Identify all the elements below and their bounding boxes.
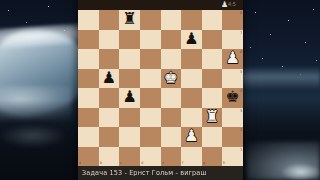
- square-d2[interactable]: [140, 127, 161, 147]
- square-b5[interactable]: ♟: [99, 69, 120, 89]
- square-f8[interactable]: [181, 10, 202, 30]
- square-c2[interactable]: [119, 127, 140, 147]
- square-h7[interactable]: 7: [222, 30, 243, 50]
- square-f7[interactable]: ♟: [181, 30, 202, 50]
- square-d5[interactable]: [140, 69, 161, 89]
- square-a8[interactable]: [78, 10, 99, 30]
- square-b3[interactable]: [99, 108, 120, 128]
- square-c3[interactable]: [119, 108, 140, 128]
- square-h8[interactable]: 8: [222, 10, 243, 30]
- caption-text: Задача 153 - Ернст Гольм - виграш: [82, 169, 207, 176]
- square-h5[interactable]: 5: [222, 69, 243, 89]
- square-a7[interactable]: [78, 30, 99, 50]
- square-g1[interactable]: g: [202, 147, 223, 167]
- square-a4[interactable]: [78, 88, 99, 108]
- square-g6[interactable]: [202, 49, 223, 69]
- rank-label-4: 4: [240, 89, 242, 93]
- square-b2[interactable]: [99, 127, 120, 147]
- square-c8[interactable]: ♜: [119, 10, 140, 30]
- square-a3[interactable]: [78, 108, 99, 128]
- board-header-bar: ♟ 4:5: [78, 0, 243, 10]
- square-c7[interactable]: [119, 30, 140, 50]
- square-a5[interactable]: [78, 69, 99, 89]
- file-label-a: a: [79, 161, 81, 165]
- white-rook[interactable]: ♜: [205, 109, 219, 125]
- rank-label-6: 6: [240, 50, 242, 54]
- square-c6[interactable]: [119, 49, 140, 69]
- horizon-band: [240, 66, 320, 90]
- file-label-g: g: [203, 161, 205, 165]
- square-c5[interactable]: [119, 69, 140, 89]
- rank-label-8: 8: [240, 11, 242, 15]
- square-b6[interactable]: [99, 49, 120, 69]
- square-h2[interactable]: 2: [222, 127, 243, 147]
- square-g3[interactable]: ♜: [202, 108, 223, 128]
- square-g2[interactable]: [202, 127, 223, 147]
- square-e2[interactable]: [161, 127, 182, 147]
- file-label-e: e: [162, 161, 164, 165]
- square-c4[interactable]: ♟: [119, 88, 140, 108]
- square-d7[interactable]: [140, 30, 161, 50]
- square-b8[interactable]: [99, 10, 120, 30]
- square-a1[interactable]: a: [78, 147, 99, 167]
- square-d3[interactable]: [140, 108, 161, 128]
- rank-label-3: 3: [240, 109, 242, 113]
- square-g4[interactable]: [202, 88, 223, 108]
- square-e3[interactable]: [161, 108, 182, 128]
- white-pawn[interactable]: ♟: [226, 50, 240, 66]
- sea-foam-streak: [0, 125, 65, 147]
- black-pawn[interactable]: ♟: [102, 70, 116, 86]
- square-f1[interactable]: f: [181, 147, 202, 167]
- bottom-right-foam-bright: [282, 164, 320, 180]
- square-b7[interactable]: [99, 30, 120, 50]
- square-e8[interactable]: [161, 10, 182, 30]
- square-f5[interactable]: [181, 69, 202, 89]
- square-e6[interactable]: [161, 49, 182, 69]
- square-e5[interactable]: ♚: [161, 69, 182, 89]
- white-pawn[interactable]: ♟: [184, 128, 198, 144]
- stars: [0, 0, 1, 1]
- rank-label-1: 1: [240, 148, 242, 152]
- square-d1[interactable]: d: [140, 147, 161, 167]
- screenshot-root: ♟ 4:5 ♜8♟76♟♟♚5♟4♚♜3♟2abcdefg1h Задача 1…: [0, 0, 320, 180]
- square-b4[interactable]: [99, 88, 120, 108]
- file-label-h: h: [223, 161, 225, 165]
- square-f2[interactable]: ♟: [181, 127, 202, 147]
- square-g8[interactable]: [202, 10, 223, 30]
- square-h4[interactable]: 4♚: [222, 88, 243, 108]
- black-pawn[interactable]: ♟: [184, 31, 198, 47]
- caption-bar: Задача 153 - Ернст Гольм - виграш: [78, 166, 243, 180]
- square-h6[interactable]: 6♟: [222, 49, 243, 69]
- square-e7[interactable]: [161, 30, 182, 50]
- black-pawn[interactable]: ♟: [122, 89, 136, 105]
- square-e1[interactable]: e: [161, 147, 182, 167]
- square-f3[interactable]: [181, 108, 202, 128]
- chessboard-widget: ♟ 4:5 ♜8♟76♟♟♚5♟4♚♜3♟2abcdefg1h Задача 1…: [78, 0, 243, 180]
- board: ♜8♟76♟♟♚5♟4♚♜3♟2abcdefg1h: [78, 10, 243, 166]
- square-d8[interactable]: [140, 10, 161, 30]
- square-h3[interactable]: 3: [222, 108, 243, 128]
- black-king[interactable]: ♚: [226, 89, 240, 105]
- file-label-c: c: [120, 161, 122, 165]
- square-g5[interactable]: [202, 69, 223, 89]
- square-g7[interactable]: [202, 30, 223, 50]
- square-h1[interactable]: 1h: [222, 147, 243, 167]
- square-a2[interactable]: [78, 127, 99, 147]
- square-c1[interactable]: c: [119, 147, 140, 167]
- square-e4[interactable]: [161, 88, 182, 108]
- rank-label-2: 2: [240, 128, 242, 132]
- square-d6[interactable]: [140, 49, 161, 69]
- square-f6[interactable]: [181, 49, 202, 69]
- file-label-d: d: [141, 161, 143, 165]
- square-a6[interactable]: [78, 49, 99, 69]
- square-f4[interactable]: [181, 88, 202, 108]
- rank-label-5: 5: [240, 70, 242, 74]
- file-label-b: b: [100, 161, 102, 165]
- material-count: 4:5: [228, 3, 236, 8]
- rank-label-7: 7: [240, 31, 242, 35]
- file-label-f: f: [182, 161, 183, 165]
- black-rook[interactable]: ♜: [122, 11, 136, 27]
- white-king[interactable]: ♚: [164, 70, 178, 86]
- square-d4[interactable]: [140, 88, 161, 108]
- square-b1[interactable]: b: [99, 147, 120, 167]
